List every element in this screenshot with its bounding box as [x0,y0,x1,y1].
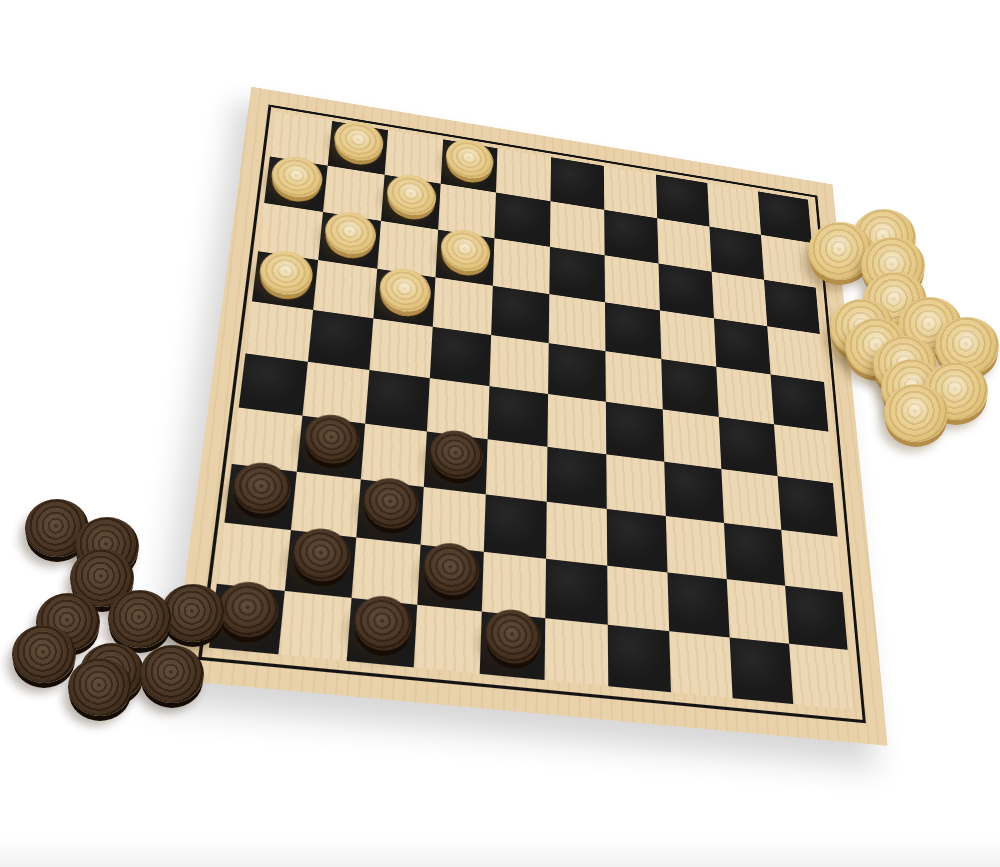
square-r9c10-dark[interactable] [785,586,848,650]
square-r7c1-light[interactable] [232,408,303,472]
square-r9c4-dark[interactable] [417,545,484,612]
square-r7c10-dark[interactable] [778,476,838,537]
square-r4c3-dark[interactable] [373,269,435,327]
square-r10c7-dark[interactable] [608,625,671,693]
square-r3c4-dark[interactable] [435,230,494,286]
dark-piece-off-board[interactable] [108,590,172,648]
light-piece[interactable] [445,136,494,182]
square-r4c10-light[interactable] [767,326,824,382]
square-r5c6-dark[interactable] [548,343,606,402]
square-r6c5-dark[interactable] [488,386,548,447]
dark-piece-off-board[interactable] [68,658,132,716]
square-r9c8-dark[interactable] [667,572,729,637]
square-r6c1-dark[interactable] [239,353,308,415]
square-r5c4-dark[interactable] [430,327,491,386]
square-r9c1-light[interactable] [217,523,291,591]
square-r10c3-dark[interactable] [347,598,418,668]
square-r5c2-dark[interactable] [308,310,373,370]
square-r6c8-light[interactable] [663,409,722,469]
square-r4c7-dark[interactable] [605,302,661,359]
board-grid [209,112,853,710]
square-r8c10-light[interactable] [781,530,842,592]
dark-piece-off-board[interactable] [140,645,204,703]
square-r4c8-light[interactable] [660,310,716,366]
square-r5c10-dark[interactable] [771,374,829,431]
square-r3c7-light[interactable] [605,255,660,310]
square-r9c3-light[interactable] [352,537,421,604]
square-r3c6-dark[interactable] [549,247,605,302]
square-r3c2-dark[interactable] [318,212,381,269]
light-piece[interactable] [332,118,384,164]
square-r5c3-light[interactable] [369,318,432,378]
square-r10c8-light[interactable] [669,631,732,698]
square-r7c4-dark[interactable] [424,431,488,494]
square-r8c1-dark[interactable] [224,464,296,530]
square-r10c10-light[interactable] [789,644,853,710]
product-photo [0,0,1000,867]
square-r6c3-dark[interactable] [365,370,430,431]
square-r7c9-light[interactable] [721,469,781,530]
square-r7c8-dark[interactable] [664,462,724,523]
square-r10c9-dark[interactable] [730,637,794,704]
square-r5c1-light[interactable] [245,301,313,361]
square-r7c2-dark[interactable] [297,416,365,480]
square-r3c8-dark[interactable] [659,264,714,319]
square-r8c5-dark[interactable] [484,494,547,558]
square-r6c6-light[interactable] [547,394,606,454]
square-r10c5-dark[interactable] [480,612,546,681]
square-r10c6-light[interactable] [545,618,609,686]
light-piece-off-board[interactable] [884,384,948,442]
square-r3c10-dark[interactable] [764,280,820,334]
square-r5c9-light[interactable] [716,367,774,425]
square-r8c8-light[interactable] [666,516,727,579]
square-r6c10-light[interactable] [774,424,833,483]
square-r8c7-dark[interactable] [607,509,668,573]
square-r4c6-light[interactable] [549,294,606,351]
square-r7c5-light[interactable] [486,439,548,501]
square-r3c5-light[interactable] [493,238,550,294]
square-r8c2-light[interactable] [291,472,361,538]
square-r4c5-dark[interactable] [491,286,549,343]
square-r9c2-dark[interactable] [285,530,357,598]
square-r8c4-light[interactable] [421,487,486,552]
square-r6c7-dark[interactable] [606,402,664,462]
square-r10c2-light[interactable] [278,591,351,661]
board-wood-margin [171,87,887,746]
square-r9c5-light[interactable] [482,552,546,618]
square-r10c4-light[interactable] [414,605,482,674]
table-shadow [0,837,1000,867]
square-r7c3-light[interactable] [361,424,427,487]
board-frame-line [198,104,866,723]
square-r8c6-light[interactable] [546,502,607,566]
square-r9c7-light[interactable] [607,566,669,631]
square-r8c3-dark[interactable] [356,479,424,544]
square-r4c4-light[interactable] [433,277,493,335]
square-r6c9-dark[interactable] [719,417,778,476]
square-r8c9-dark[interactable] [724,523,785,586]
square-r3c9-light[interactable] [712,272,768,327]
dark-piece-off-board[interactable] [12,625,76,683]
square-r7c7-light[interactable] [606,454,666,516]
square-r4c1-dark[interactable] [252,251,318,310]
square-r9c9-light[interactable] [727,579,789,644]
square-r9c6-dark[interactable] [545,559,607,625]
square-r5c8-dark[interactable] [661,359,719,417]
draughts-board [171,87,887,746]
square-r7c6-dark[interactable] [547,447,607,509]
square-r4c9-dark[interactable] [714,318,771,374]
square-r5c7-light[interactable] [605,351,662,409]
square-r5c5-light[interactable] [489,335,548,394]
square-r4c2-light[interactable] [313,260,377,318]
